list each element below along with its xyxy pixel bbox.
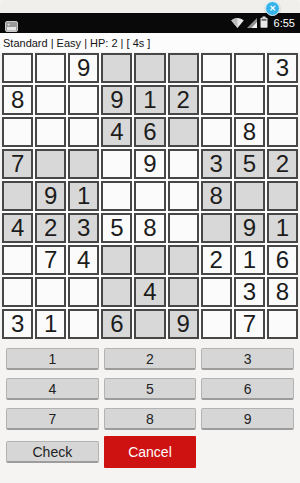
cell-r9c8[interactable]: 7: [234, 309, 265, 339]
cell-r8c5[interactable]: 4: [134, 277, 165, 307]
cell-r3c6[interactable]: [168, 117, 199, 147]
game-info-bar: Standard | Easy | HP: 2 | [ 4s ]: [0, 33, 300, 52]
cell-r5c5[interactable]: [134, 181, 165, 211]
cell-r4c6[interactable]: [168, 149, 199, 179]
check-button[interactable]: Check: [6, 441, 99, 463]
signal-icon: [247, 14, 257, 32]
cell-r3c9[interactable]: [267, 117, 298, 147]
cell-r4c3[interactable]: [68, 149, 99, 179]
cell-r6c7[interactable]: [201, 213, 232, 243]
status-time: 6:55: [274, 17, 295, 29]
status-bar: 6:55: [0, 13, 300, 33]
cell-r2c9[interactable]: [267, 85, 298, 115]
cell-r2c5[interactable]: 1: [134, 85, 165, 115]
cell-r5c1[interactable]: [2, 181, 33, 211]
cell-r9c6[interactable]: 9: [168, 309, 199, 339]
cell-r3c3[interactable]: [68, 117, 99, 147]
cell-r1c4[interactable]: [101, 53, 132, 83]
cell-r8c2[interactable]: [35, 277, 66, 307]
cell-r8c6[interactable]: [168, 277, 199, 307]
cell-r1c1[interactable]: [2, 53, 33, 83]
numpad-button-5[interactable]: 5: [104, 378, 197, 400]
cell-r2c4[interactable]: 9: [101, 85, 132, 115]
numpad-button-3[interactable]: 3: [201, 348, 294, 370]
cell-r7c3[interactable]: 4: [68, 245, 99, 275]
wifi-icon: [231, 14, 244, 32]
cancel-button[interactable]: Cancel: [104, 436, 197, 468]
cell-r8c7[interactable]: [201, 277, 232, 307]
numpad-button-4[interactable]: 4: [6, 378, 99, 400]
cell-r3c8[interactable]: 8: [234, 117, 265, 147]
action-bar: Check Cancel: [6, 436, 294, 468]
cell-r2c7[interactable]: [201, 85, 232, 115]
cell-r4c8[interactable]: 5: [234, 149, 265, 179]
number-pad: 123456789: [6, 348, 294, 430]
cell-r6c1[interactable]: 4: [2, 213, 33, 243]
cell-r9c4[interactable]: 6: [101, 309, 132, 339]
app-screen: ✕: [0, 0, 300, 483]
cell-r1c5[interactable]: [134, 53, 165, 83]
cell-r3c2[interactable]: [35, 117, 66, 147]
screenshot-notification-icon: [5, 18, 18, 29]
cell-r6c2[interactable]: 2: [35, 213, 66, 243]
cell-r6c9[interactable]: 1: [267, 213, 298, 243]
sudoku-board: 9389124687935291842358917421643831697: [2, 53, 298, 339]
cell-r7c2[interactable]: 7: [35, 245, 66, 275]
cell-r5c7[interactable]: 8: [201, 181, 232, 211]
cell-r9c5[interactable]: [134, 309, 165, 339]
cell-r1c9[interactable]: 3: [267, 53, 298, 83]
cell-r3c7[interactable]: [201, 117, 232, 147]
cell-r9c1[interactable]: 3: [2, 309, 33, 339]
cell-r7c6[interactable]: [168, 245, 199, 275]
cell-r7c7[interactable]: 2: [201, 245, 232, 275]
cell-r8c3[interactable]: [68, 277, 99, 307]
cell-r5c8[interactable]: [234, 181, 265, 211]
cell-r7c4[interactable]: [101, 245, 132, 275]
cell-r2c6[interactable]: 2: [168, 85, 199, 115]
close-icon[interactable]: ✕: [265, 1, 280, 16]
battery-icon: [260, 14, 268, 32]
cell-r7c8[interactable]: 1: [234, 245, 265, 275]
cell-r2c2[interactable]: [35, 85, 66, 115]
cell-r2c8[interactable]: [234, 85, 265, 115]
cell-r8c8[interactable]: 3: [234, 277, 265, 307]
cell-r2c1[interactable]: 8: [2, 85, 33, 115]
numpad-button-8[interactable]: 8: [104, 408, 197, 430]
cell-r7c5[interactable]: [134, 245, 165, 275]
cell-r5c3[interactable]: 1: [68, 181, 99, 211]
cell-r5c9[interactable]: [267, 181, 298, 211]
cell-r8c9[interactable]: 8: [267, 277, 298, 307]
numpad-button-7[interactable]: 7: [6, 408, 99, 430]
cell-r5c6[interactable]: [168, 181, 199, 211]
cell-r3c5[interactable]: 6: [134, 117, 165, 147]
cell-r4c7[interactable]: 3: [201, 149, 232, 179]
cell-r8c4[interactable]: [101, 277, 132, 307]
numpad-button-1[interactable]: 1: [6, 348, 99, 370]
cell-r1c3[interactable]: 9: [68, 53, 99, 83]
cell-r4c4[interactable]: [101, 149, 132, 179]
cell-r9c2[interactable]: 1: [35, 309, 66, 339]
cell-r4c1[interactable]: 7: [2, 149, 33, 179]
cell-r4c5[interactable]: 9: [134, 149, 165, 179]
cell-r4c9[interactable]: 2: [267, 149, 298, 179]
cell-r7c9[interactable]: 6: [267, 245, 298, 275]
cell-r2c3[interactable]: [68, 85, 99, 115]
cell-r6c4[interactable]: 5: [101, 213, 132, 243]
cell-r5c2[interactable]: 9: [35, 181, 66, 211]
numpad-button-6[interactable]: 6: [201, 378, 294, 400]
cell-r3c4[interactable]: 4: [101, 117, 132, 147]
cell-r9c3[interactable]: [68, 309, 99, 339]
cell-r3c1[interactable]: [2, 117, 33, 147]
numpad-button-2[interactable]: 2: [104, 348, 197, 370]
cell-r6c5[interactable]: 8: [134, 213, 165, 243]
cell-r6c3[interactable]: 3: [68, 213, 99, 243]
numpad-button-9[interactable]: 9: [201, 408, 294, 430]
cell-r7c1[interactable]: [2, 245, 33, 275]
cell-r6c8[interactable]: 9: [234, 213, 265, 243]
cell-r6c6[interactable]: [168, 213, 199, 243]
game-info-text: Standard | Easy | HP: 2 | [ 4s ]: [3, 37, 150, 49]
cell-r5c4[interactable]: [101, 181, 132, 211]
cell-r9c7[interactable]: [201, 309, 232, 339]
window-chrome-strip: ✕: [0, 0, 300, 13]
cell-r1c2[interactable]: [35, 53, 66, 83]
cell-r1c6[interactable]: [168, 53, 199, 83]
cell-r9c9[interactable]: [267, 309, 298, 339]
cell-r1c8[interactable]: [234, 53, 265, 83]
cell-r1c7[interactable]: [201, 53, 232, 83]
cell-r8c1[interactable]: [2, 277, 33, 307]
cell-r4c2[interactable]: [35, 149, 66, 179]
